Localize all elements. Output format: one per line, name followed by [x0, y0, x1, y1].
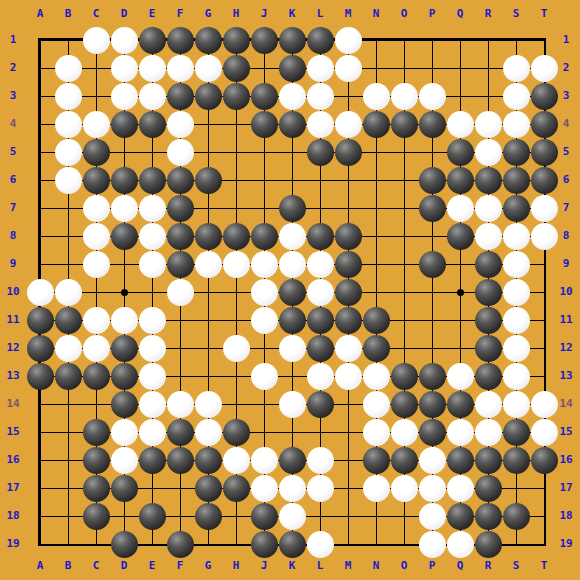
intersection-N8[interactable] — [362, 222, 390, 250]
intersection-N11[interactable] — [362, 306, 390, 334]
intersection-A11[interactable] — [26, 306, 54, 334]
intersection-K15[interactable] — [278, 418, 306, 446]
intersection-O10[interactable] — [390, 278, 418, 306]
intersection-F14[interactable] — [166, 390, 194, 418]
intersection-Q10[interactable] — [446, 278, 474, 306]
intersection-L19[interactable] — [306, 530, 334, 558]
intersection-J6[interactable] — [250, 166, 278, 194]
intersection-K17[interactable] — [278, 474, 306, 502]
intersection-J5[interactable] — [250, 138, 278, 166]
intersection-T7[interactable] — [530, 194, 558, 222]
intersection-D10[interactable] — [110, 278, 138, 306]
intersection-P11[interactable] — [418, 306, 446, 334]
intersection-A17[interactable] — [26, 474, 54, 502]
intersection-C6[interactable] — [82, 166, 110, 194]
intersection-P12[interactable] — [418, 334, 446, 362]
intersection-O14[interactable] — [390, 390, 418, 418]
intersection-B6[interactable] — [54, 166, 82, 194]
intersection-P1[interactable] — [418, 26, 446, 54]
intersection-P18[interactable] — [418, 502, 446, 530]
intersection-N2[interactable] — [362, 54, 390, 82]
intersection-S18[interactable] — [502, 502, 530, 530]
intersection-B5[interactable] — [54, 138, 82, 166]
intersection-F13[interactable] — [166, 362, 194, 390]
intersection-A15[interactable] — [26, 418, 54, 446]
intersection-H17[interactable] — [222, 474, 250, 502]
intersection-M9[interactable] — [334, 250, 362, 278]
intersection-A1[interactable] — [26, 26, 54, 54]
intersection-A19[interactable] — [26, 530, 54, 558]
intersection-G2[interactable] — [194, 54, 222, 82]
intersection-O11[interactable] — [390, 306, 418, 334]
intersection-S4[interactable] — [502, 110, 530, 138]
intersection-C5[interactable] — [82, 138, 110, 166]
intersection-G15[interactable] — [194, 418, 222, 446]
intersection-K8[interactable] — [278, 222, 306, 250]
intersection-O1[interactable] — [390, 26, 418, 54]
intersection-G9[interactable] — [194, 250, 222, 278]
intersection-P19[interactable] — [418, 530, 446, 558]
intersection-P6[interactable] — [418, 166, 446, 194]
intersection-O4[interactable] — [390, 110, 418, 138]
intersection-N4[interactable] — [362, 110, 390, 138]
intersection-C1[interactable] — [82, 26, 110, 54]
intersection-T17[interactable] — [530, 474, 558, 502]
intersection-G1[interactable] — [194, 26, 222, 54]
intersection-B4[interactable] — [54, 110, 82, 138]
intersection-E3[interactable] — [138, 82, 166, 110]
intersection-P17[interactable] — [418, 474, 446, 502]
intersection-M19[interactable] — [334, 530, 362, 558]
intersection-G10[interactable] — [194, 278, 222, 306]
intersection-P16[interactable] — [418, 446, 446, 474]
intersection-R17[interactable] — [474, 474, 502, 502]
intersection-M17[interactable] — [334, 474, 362, 502]
intersection-R15[interactable] — [474, 418, 502, 446]
intersection-A13[interactable] — [26, 362, 54, 390]
intersection-O8[interactable] — [390, 222, 418, 250]
intersection-D12[interactable] — [110, 334, 138, 362]
intersection-A8[interactable] — [26, 222, 54, 250]
intersection-C10[interactable] — [82, 278, 110, 306]
intersection-E11[interactable] — [138, 306, 166, 334]
intersection-E5[interactable] — [138, 138, 166, 166]
intersection-D15[interactable] — [110, 418, 138, 446]
intersection-C19[interactable] — [82, 530, 110, 558]
intersection-G4[interactable] — [194, 110, 222, 138]
intersection-O17[interactable] — [390, 474, 418, 502]
intersection-L7[interactable] — [306, 194, 334, 222]
intersection-M1[interactable] — [334, 26, 362, 54]
intersection-P9[interactable] — [418, 250, 446, 278]
intersection-M13[interactable] — [334, 362, 362, 390]
intersection-F11[interactable] — [166, 306, 194, 334]
intersection-S13[interactable] — [502, 362, 530, 390]
intersection-L11[interactable] — [306, 306, 334, 334]
intersection-B1[interactable] — [54, 26, 82, 54]
intersection-T5[interactable] — [530, 138, 558, 166]
intersection-L6[interactable] — [306, 166, 334, 194]
intersection-Q13[interactable] — [446, 362, 474, 390]
intersection-H5[interactable] — [222, 138, 250, 166]
intersection-J1[interactable] — [250, 26, 278, 54]
intersection-S2[interactable] — [502, 54, 530, 82]
intersection-O19[interactable] — [390, 530, 418, 558]
intersection-M11[interactable] — [334, 306, 362, 334]
intersection-O6[interactable] — [390, 166, 418, 194]
intersection-K12[interactable] — [278, 334, 306, 362]
intersection-G13[interactable] — [194, 362, 222, 390]
intersection-S19[interactable] — [502, 530, 530, 558]
intersection-O5[interactable] — [390, 138, 418, 166]
intersection-G3[interactable] — [194, 82, 222, 110]
intersection-P2[interactable] — [418, 54, 446, 82]
intersection-F4[interactable] — [166, 110, 194, 138]
intersection-O16[interactable] — [390, 446, 418, 474]
intersection-C12[interactable] — [82, 334, 110, 362]
intersection-D11[interactable] — [110, 306, 138, 334]
intersection-M4[interactable] — [334, 110, 362, 138]
intersection-H11[interactable] — [222, 306, 250, 334]
intersection-R13[interactable] — [474, 362, 502, 390]
intersection-K13[interactable] — [278, 362, 306, 390]
intersection-R19[interactable] — [474, 530, 502, 558]
intersection-T19[interactable] — [530, 530, 558, 558]
intersection-L5[interactable] — [306, 138, 334, 166]
intersection-N7[interactable] — [362, 194, 390, 222]
intersection-J17[interactable] — [250, 474, 278, 502]
intersection-A12[interactable] — [26, 334, 54, 362]
intersection-J13[interactable] — [250, 362, 278, 390]
intersection-N18[interactable] — [362, 502, 390, 530]
intersection-M6[interactable] — [334, 166, 362, 194]
intersection-F2[interactable] — [166, 54, 194, 82]
intersection-G17[interactable] — [194, 474, 222, 502]
intersection-R14[interactable] — [474, 390, 502, 418]
intersection-D4[interactable] — [110, 110, 138, 138]
intersection-A2[interactable] — [26, 54, 54, 82]
intersection-Q11[interactable] — [446, 306, 474, 334]
intersection-K16[interactable] — [278, 446, 306, 474]
intersection-E13[interactable] — [138, 362, 166, 390]
intersection-P14[interactable] — [418, 390, 446, 418]
intersection-J14[interactable] — [250, 390, 278, 418]
intersection-A18[interactable] — [26, 502, 54, 530]
intersection-F17[interactable] — [166, 474, 194, 502]
intersection-H13[interactable] — [222, 362, 250, 390]
intersection-K6[interactable] — [278, 166, 306, 194]
intersection-J3[interactable] — [250, 82, 278, 110]
intersection-D2[interactable] — [110, 54, 138, 82]
intersection-P4[interactable] — [418, 110, 446, 138]
intersection-B9[interactable] — [54, 250, 82, 278]
intersection-M18[interactable] — [334, 502, 362, 530]
intersection-C14[interactable] — [82, 390, 110, 418]
intersection-L17[interactable] — [306, 474, 334, 502]
intersection-T14[interactable] — [530, 390, 558, 418]
intersection-G8[interactable] — [194, 222, 222, 250]
intersection-L1[interactable] — [306, 26, 334, 54]
intersection-L2[interactable] — [306, 54, 334, 82]
intersection-P8[interactable] — [418, 222, 446, 250]
intersection-T6[interactable] — [530, 166, 558, 194]
intersection-O12[interactable] — [390, 334, 418, 362]
intersection-R6[interactable] — [474, 166, 502, 194]
intersection-B17[interactable] — [54, 474, 82, 502]
intersection-F10[interactable] — [166, 278, 194, 306]
intersection-O3[interactable] — [390, 82, 418, 110]
intersection-A4[interactable] — [26, 110, 54, 138]
intersection-O13[interactable] — [390, 362, 418, 390]
intersection-G11[interactable] — [194, 306, 222, 334]
intersection-R10[interactable] — [474, 278, 502, 306]
intersection-D7[interactable] — [110, 194, 138, 222]
intersection-K7[interactable] — [278, 194, 306, 222]
intersection-Q18[interactable] — [446, 502, 474, 530]
intersection-E17[interactable] — [138, 474, 166, 502]
intersection-K9[interactable] — [278, 250, 306, 278]
intersection-S16[interactable] — [502, 446, 530, 474]
intersection-N9[interactable] — [362, 250, 390, 278]
intersection-J4[interactable] — [250, 110, 278, 138]
intersection-B14[interactable] — [54, 390, 82, 418]
intersection-E1[interactable] — [138, 26, 166, 54]
intersection-P5[interactable] — [418, 138, 446, 166]
intersection-T2[interactable] — [530, 54, 558, 82]
intersection-N5[interactable] — [362, 138, 390, 166]
intersection-P10[interactable] — [418, 278, 446, 306]
intersection-D1[interactable] — [110, 26, 138, 54]
intersection-M2[interactable] — [334, 54, 362, 82]
intersection-H7[interactable] — [222, 194, 250, 222]
intersection-L15[interactable] — [306, 418, 334, 446]
intersection-N13[interactable] — [362, 362, 390, 390]
intersection-A6[interactable] — [26, 166, 54, 194]
intersection-K1[interactable] — [278, 26, 306, 54]
intersection-F16[interactable] — [166, 446, 194, 474]
intersection-F12[interactable] — [166, 334, 194, 362]
intersection-R9[interactable] — [474, 250, 502, 278]
intersection-S17[interactable] — [502, 474, 530, 502]
intersection-B12[interactable] — [54, 334, 82, 362]
intersection-C8[interactable] — [82, 222, 110, 250]
intersection-S9[interactable] — [502, 250, 530, 278]
intersection-B19[interactable] — [54, 530, 82, 558]
intersection-E15[interactable] — [138, 418, 166, 446]
intersection-S5[interactable] — [502, 138, 530, 166]
intersection-B16[interactable] — [54, 446, 82, 474]
intersection-B3[interactable] — [54, 82, 82, 110]
intersection-R4[interactable] — [474, 110, 502, 138]
intersection-E7[interactable] — [138, 194, 166, 222]
intersection-M14[interactable] — [334, 390, 362, 418]
intersection-M8[interactable] — [334, 222, 362, 250]
intersection-A9[interactable] — [26, 250, 54, 278]
intersection-O2[interactable] — [390, 54, 418, 82]
intersection-J2[interactable] — [250, 54, 278, 82]
intersection-M12[interactable] — [334, 334, 362, 362]
intersection-S8[interactable] — [502, 222, 530, 250]
intersection-H2[interactable] — [222, 54, 250, 82]
intersection-B15[interactable] — [54, 418, 82, 446]
intersection-S10[interactable] — [502, 278, 530, 306]
intersection-T15[interactable] — [530, 418, 558, 446]
intersection-Q12[interactable] — [446, 334, 474, 362]
intersection-Q7[interactable] — [446, 194, 474, 222]
intersection-H18[interactable] — [222, 502, 250, 530]
intersection-C4[interactable] — [82, 110, 110, 138]
intersection-D9[interactable] — [110, 250, 138, 278]
intersection-G16[interactable] — [194, 446, 222, 474]
intersection-N10[interactable] — [362, 278, 390, 306]
intersection-Q3[interactable] — [446, 82, 474, 110]
intersection-K5[interactable] — [278, 138, 306, 166]
intersection-Q6[interactable] — [446, 166, 474, 194]
intersection-L10[interactable] — [306, 278, 334, 306]
intersection-T18[interactable] — [530, 502, 558, 530]
intersection-N1[interactable] — [362, 26, 390, 54]
intersection-S14[interactable] — [502, 390, 530, 418]
intersection-T10[interactable] — [530, 278, 558, 306]
intersection-L16[interactable] — [306, 446, 334, 474]
intersection-F15[interactable] — [166, 418, 194, 446]
intersection-A16[interactable] — [26, 446, 54, 474]
intersection-L4[interactable] — [306, 110, 334, 138]
intersection-T11[interactable] — [530, 306, 558, 334]
intersection-R11[interactable] — [474, 306, 502, 334]
intersection-J11[interactable] — [250, 306, 278, 334]
intersection-D16[interactable] — [110, 446, 138, 474]
intersection-N3[interactable] — [362, 82, 390, 110]
intersection-H19[interactable] — [222, 530, 250, 558]
intersection-C18[interactable] — [82, 502, 110, 530]
intersection-N14[interactable] — [362, 390, 390, 418]
intersection-L14[interactable] — [306, 390, 334, 418]
intersection-J10[interactable] — [250, 278, 278, 306]
intersection-N19[interactable] — [362, 530, 390, 558]
intersection-K18[interactable] — [278, 502, 306, 530]
intersection-G7[interactable] — [194, 194, 222, 222]
intersection-R18[interactable] — [474, 502, 502, 530]
intersection-E4[interactable] — [138, 110, 166, 138]
intersection-L12[interactable] — [306, 334, 334, 362]
intersection-A3[interactable] — [26, 82, 54, 110]
intersection-J8[interactable] — [250, 222, 278, 250]
intersection-C7[interactable] — [82, 194, 110, 222]
intersection-F7[interactable] — [166, 194, 194, 222]
intersection-L9[interactable] — [306, 250, 334, 278]
intersection-Q1[interactable] — [446, 26, 474, 54]
intersection-B10[interactable] — [54, 278, 82, 306]
intersection-E12[interactable] — [138, 334, 166, 362]
intersection-C3[interactable] — [82, 82, 110, 110]
intersection-S7[interactable] — [502, 194, 530, 222]
intersection-E8[interactable] — [138, 222, 166, 250]
intersection-K3[interactable] — [278, 82, 306, 110]
intersection-F1[interactable] — [166, 26, 194, 54]
intersection-T13[interactable] — [530, 362, 558, 390]
intersection-Q16[interactable] — [446, 446, 474, 474]
intersection-L18[interactable] — [306, 502, 334, 530]
intersection-G12[interactable] — [194, 334, 222, 362]
intersection-H1[interactable] — [222, 26, 250, 54]
intersection-T8[interactable] — [530, 222, 558, 250]
intersection-M15[interactable] — [334, 418, 362, 446]
intersection-G19[interactable] — [194, 530, 222, 558]
intersection-N15[interactable] — [362, 418, 390, 446]
intersection-H3[interactable] — [222, 82, 250, 110]
intersection-O18[interactable] — [390, 502, 418, 530]
intersection-A10[interactable] — [26, 278, 54, 306]
intersection-K19[interactable] — [278, 530, 306, 558]
intersection-P13[interactable] — [418, 362, 446, 390]
intersection-J9[interactable] — [250, 250, 278, 278]
intersection-Q8[interactable] — [446, 222, 474, 250]
intersection-G6[interactable] — [194, 166, 222, 194]
intersection-K4[interactable] — [278, 110, 306, 138]
intersection-B13[interactable] — [54, 362, 82, 390]
intersection-D6[interactable] — [110, 166, 138, 194]
intersection-S3[interactable] — [502, 82, 530, 110]
intersection-Q2[interactable] — [446, 54, 474, 82]
intersection-H12[interactable] — [222, 334, 250, 362]
intersection-S1[interactable] — [502, 26, 530, 54]
intersection-D8[interactable] — [110, 222, 138, 250]
intersection-E18[interactable] — [138, 502, 166, 530]
intersection-G5[interactable] — [194, 138, 222, 166]
intersection-N12[interactable] — [362, 334, 390, 362]
intersection-F18[interactable] — [166, 502, 194, 530]
intersection-P15[interactable] — [418, 418, 446, 446]
intersection-N17[interactable] — [362, 474, 390, 502]
intersection-B18[interactable] — [54, 502, 82, 530]
intersection-S15[interactable] — [502, 418, 530, 446]
intersection-J19[interactable] — [250, 530, 278, 558]
intersection-J16[interactable] — [250, 446, 278, 474]
intersection-J15[interactable] — [250, 418, 278, 446]
intersection-M5[interactable] — [334, 138, 362, 166]
intersection-E19[interactable] — [138, 530, 166, 558]
intersection-H9[interactable] — [222, 250, 250, 278]
intersection-C13[interactable] — [82, 362, 110, 390]
intersection-F5[interactable] — [166, 138, 194, 166]
intersection-J7[interactable] — [250, 194, 278, 222]
intersection-L3[interactable] — [306, 82, 334, 110]
intersection-Q5[interactable] — [446, 138, 474, 166]
intersection-T16[interactable] — [530, 446, 558, 474]
intersection-S11[interactable] — [502, 306, 530, 334]
intersection-J18[interactable] — [250, 502, 278, 530]
intersection-D19[interactable] — [110, 530, 138, 558]
intersection-A14[interactable] — [26, 390, 54, 418]
intersection-C9[interactable] — [82, 250, 110, 278]
intersection-Q19[interactable] — [446, 530, 474, 558]
intersection-R1[interactable] — [474, 26, 502, 54]
intersection-H4[interactable] — [222, 110, 250, 138]
intersection-F19[interactable] — [166, 530, 194, 558]
intersection-B2[interactable] — [54, 54, 82, 82]
intersection-R2[interactable] — [474, 54, 502, 82]
intersection-G14[interactable] — [194, 390, 222, 418]
intersection-M16[interactable] — [334, 446, 362, 474]
intersection-F3[interactable] — [166, 82, 194, 110]
intersection-T4[interactable] — [530, 110, 558, 138]
intersection-B7[interactable] — [54, 194, 82, 222]
intersection-R16[interactable] — [474, 446, 502, 474]
intersection-P3[interactable] — [418, 82, 446, 110]
intersection-D3[interactable] — [110, 82, 138, 110]
intersection-D13[interactable] — [110, 362, 138, 390]
